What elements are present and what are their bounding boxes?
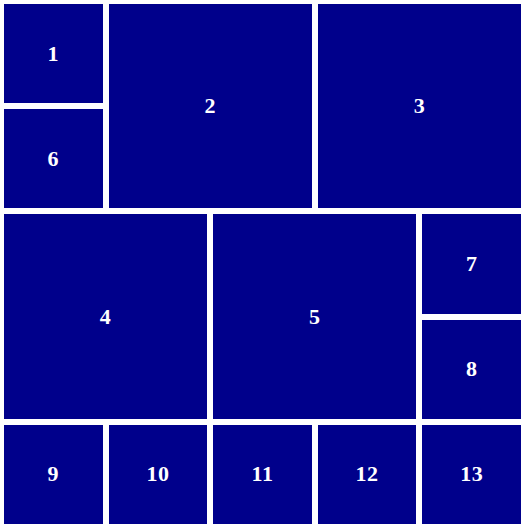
- block-label: 10: [146, 463, 169, 485]
- block-12[interactable]: 12: [318, 425, 417, 524]
- block-13[interactable]: 13: [422, 425, 521, 524]
- block-label: 5: [309, 306, 321, 328]
- block-label: 12: [356, 463, 379, 485]
- block-9[interactable]: 9: [4, 425, 103, 524]
- block-label: 8: [466, 358, 478, 380]
- block-label: 6: [48, 148, 60, 170]
- block-11[interactable]: 11: [213, 425, 312, 524]
- block-2[interactable]: 2: [109, 4, 312, 208]
- block-label: 4: [100, 306, 112, 328]
- block-label: 1: [48, 43, 60, 65]
- block-1[interactable]: 1: [4, 4, 103, 103]
- block-10[interactable]: 10: [109, 425, 208, 524]
- block-5[interactable]: 5: [213, 214, 416, 418]
- block-label: 11: [252, 463, 274, 485]
- block-label: 2: [204, 95, 216, 117]
- block-8[interactable]: 8: [422, 320, 521, 419]
- block-label: 3: [414, 95, 426, 117]
- block-4[interactable]: 4: [4, 214, 207, 418]
- block-6[interactable]: 6: [4, 109, 103, 208]
- block-label: 9: [48, 463, 60, 485]
- mosaic-board: 12364578910111213: [0, 0, 529, 528]
- block-3[interactable]: 3: [318, 4, 521, 208]
- block-7[interactable]: 7: [422, 214, 521, 313]
- block-label: 13: [460, 463, 483, 485]
- block-label: 7: [466, 253, 478, 275]
